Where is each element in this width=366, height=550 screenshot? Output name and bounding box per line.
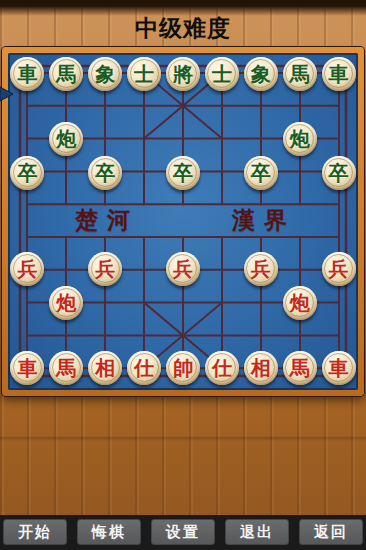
board-point[interactable]: 炮 bbox=[47, 122, 86, 156]
piece-R[interactable]: 車 bbox=[10, 351, 44, 385]
board-point[interactable]: 兵 bbox=[86, 252, 125, 286]
board-point[interactable] bbox=[319, 286, 358, 320]
board-point[interactable] bbox=[164, 91, 203, 122]
board-point[interactable] bbox=[164, 190, 203, 221]
piece-glyph: 相 bbox=[251, 358, 271, 378]
board-point[interactable]: 仕 bbox=[125, 351, 164, 385]
piece-P[interactable]: 兵 bbox=[88, 252, 122, 286]
back-button[interactable]: 返回 bbox=[299, 519, 363, 545]
piece-P[interactable]: 兵 bbox=[322, 252, 356, 286]
piece-A[interactable]: 仕 bbox=[127, 351, 161, 385]
piece-p[interactable]: 卒 bbox=[88, 156, 122, 190]
piece-glyph: 卒 bbox=[173, 163, 193, 183]
board-point[interactable] bbox=[47, 252, 86, 286]
piece-glyph: 兵 bbox=[173, 259, 193, 279]
piece-glyph: 士 bbox=[134, 64, 154, 84]
board-surface: 楚河 漢界 車馬象士將士象馬車炮炮卒卒卒卒卒兵兵兵兵兵炮炮車馬相仕帥仕相馬車 bbox=[8, 53, 358, 390]
board-point[interactable] bbox=[164, 320, 203, 351]
board-point[interactable]: 馬 bbox=[280, 351, 319, 385]
board-point[interactable]: 士 bbox=[125, 57, 164, 91]
board-point[interactable]: 兵 bbox=[164, 252, 203, 286]
piece-glyph: 兵 bbox=[95, 259, 115, 279]
piece-b[interactable]: 象 bbox=[88, 57, 122, 91]
piece-glyph: 馬 bbox=[290, 358, 310, 378]
piece-glyph: 卒 bbox=[17, 163, 37, 183]
board-point[interactable]: 象 bbox=[86, 57, 125, 91]
piece-glyph: 車 bbox=[17, 64, 37, 84]
piece-P[interactable]: 兵 bbox=[10, 252, 44, 286]
board-grid: 車馬象士將士象馬車炮炮卒卒卒卒卒兵兵兵兵兵炮炮車馬相仕帥仕相馬車 bbox=[8, 57, 358, 385]
board-point[interactable] bbox=[319, 320, 358, 351]
board-point[interactable]: 馬 bbox=[280, 57, 319, 91]
board-point[interactable]: 將 bbox=[164, 57, 203, 91]
undo-button[interactable]: 悔棋 bbox=[77, 519, 141, 545]
board-point[interactable] bbox=[47, 156, 86, 190]
board-point[interactable] bbox=[8, 122, 47, 156]
xiangqi-board: 楚河 漢界 車馬象士將士象馬車炮炮卒卒卒卒卒兵兵兵兵兵炮炮車馬相仕帥仕相馬車 bbox=[2, 47, 364, 396]
board-point[interactable]: 士 bbox=[202, 57, 241, 91]
piece-p[interactable]: 卒 bbox=[322, 156, 356, 190]
board-point[interactable]: 卒 bbox=[86, 156, 125, 190]
piece-a[interactable]: 士 bbox=[205, 57, 239, 91]
board-point[interactable] bbox=[202, 91, 241, 122]
piece-A[interactable]: 仕 bbox=[205, 351, 239, 385]
piece-glyph: 卒 bbox=[95, 163, 115, 183]
board-point[interactable] bbox=[125, 156, 164, 190]
piece-N[interactable]: 馬 bbox=[283, 351, 317, 385]
board-point[interactable] bbox=[241, 286, 280, 320]
board-point[interactable] bbox=[47, 221, 86, 252]
board-point[interactable]: 炮 bbox=[47, 286, 86, 320]
board-point[interactable] bbox=[280, 91, 319, 122]
piece-glyph: 車 bbox=[329, 358, 349, 378]
board-point[interactable] bbox=[202, 221, 241, 252]
piece-glyph: 兵 bbox=[251, 259, 271, 279]
piece-k[interactable]: 將 bbox=[166, 57, 200, 91]
board-point[interactable] bbox=[280, 156, 319, 190]
board-point[interactable] bbox=[280, 320, 319, 351]
app-screen: { "app": { "title": "中级难度" }, "game": "x… bbox=[0, 0, 366, 550]
board-point[interactable] bbox=[319, 122, 358, 156]
board-point[interactable] bbox=[202, 286, 241, 320]
piece-r[interactable]: 車 bbox=[322, 57, 356, 91]
board-point[interactable]: 兵 bbox=[8, 252, 47, 286]
page-title: 中级难度 bbox=[0, 13, 366, 44]
piece-glyph: 帥 bbox=[173, 358, 193, 378]
piece-p[interactable]: 卒 bbox=[10, 156, 44, 190]
settings-button[interactable]: 设置 bbox=[151, 519, 215, 545]
board-point[interactable] bbox=[319, 91, 358, 122]
piece-c[interactable]: 炮 bbox=[49, 122, 83, 156]
board-point[interactable] bbox=[202, 252, 241, 286]
board-point[interactable] bbox=[241, 91, 280, 122]
board-point[interactable] bbox=[202, 156, 241, 190]
board-point[interactable]: 相 bbox=[241, 351, 280, 385]
piece-p[interactable]: 卒 bbox=[244, 156, 278, 190]
piece-c[interactable]: 炮 bbox=[283, 122, 317, 156]
piece-glyph: 馬 bbox=[56, 358, 76, 378]
board-point[interactable] bbox=[47, 91, 86, 122]
board-point[interactable] bbox=[164, 221, 203, 252]
piece-glyph: 象 bbox=[251, 64, 271, 84]
board-point[interactable]: 車 bbox=[319, 351, 358, 385]
piece-glyph: 仕 bbox=[134, 358, 154, 378]
piece-glyph: 車 bbox=[329, 64, 349, 84]
board-point[interactable] bbox=[164, 286, 203, 320]
board-point[interactable] bbox=[8, 190, 47, 221]
board-point[interactable] bbox=[125, 122, 164, 156]
board-point[interactable] bbox=[241, 122, 280, 156]
board-point[interactable]: 卒 bbox=[164, 156, 203, 190]
start-button[interactable]: 开始 bbox=[3, 519, 67, 545]
piece-n[interactable]: 馬 bbox=[49, 57, 83, 91]
piece-glyph: 炮 bbox=[290, 129, 310, 149]
piece-glyph: 馬 bbox=[56, 64, 76, 84]
board-point[interactable] bbox=[125, 286, 164, 320]
board-point[interactable]: 馬 bbox=[47, 57, 86, 91]
piece-glyph: 仕 bbox=[212, 358, 232, 378]
board-point[interactable] bbox=[241, 320, 280, 351]
board-point[interactable] bbox=[280, 221, 319, 252]
board-point[interactable]: 炮 bbox=[280, 286, 319, 320]
piece-glyph: 馬 bbox=[290, 64, 310, 84]
board-point[interactable]: 相 bbox=[86, 351, 125, 385]
piece-glyph: 卒 bbox=[251, 163, 271, 183]
board-point[interactable] bbox=[8, 221, 47, 252]
board-point[interactable] bbox=[125, 221, 164, 252]
piece-a[interactable]: 士 bbox=[127, 57, 161, 91]
board-point[interactable] bbox=[86, 122, 125, 156]
board-point[interactable] bbox=[86, 320, 125, 351]
board-point[interactable]: 象 bbox=[241, 57, 280, 91]
piece-r[interactable]: 車 bbox=[10, 57, 44, 91]
piece-B[interactable]: 相 bbox=[244, 351, 278, 385]
piece-glyph: 相 bbox=[95, 358, 115, 378]
piece-glyph: 車 bbox=[17, 358, 37, 378]
piece-P[interactable]: 兵 bbox=[244, 252, 278, 286]
board-point[interactable] bbox=[86, 91, 125, 122]
board-point[interactable] bbox=[125, 91, 164, 122]
board-point[interactable]: 卒 bbox=[319, 156, 358, 190]
board-point[interactable] bbox=[241, 221, 280, 252]
board-point[interactable]: 馬 bbox=[47, 351, 86, 385]
board-point[interactable] bbox=[164, 122, 203, 156]
piece-C[interactable]: 炮 bbox=[49, 286, 83, 320]
piece-b[interactable]: 象 bbox=[244, 57, 278, 91]
piece-B[interactable]: 相 bbox=[88, 351, 122, 385]
piece-n[interactable]: 馬 bbox=[283, 57, 317, 91]
piece-glyph: 炮 bbox=[56, 129, 76, 149]
board-point[interactable] bbox=[241, 190, 280, 221]
board-point[interactable] bbox=[202, 320, 241, 351]
piece-C[interactable]: 炮 bbox=[283, 286, 317, 320]
piece-K[interactable]: 帥 bbox=[166, 351, 200, 385]
board-point[interactable] bbox=[202, 190, 241, 221]
board-point[interactable]: 兵 bbox=[241, 252, 280, 286]
board-point[interactable] bbox=[125, 320, 164, 351]
piece-glyph: 卒 bbox=[329, 163, 349, 183]
piece-glyph: 士 bbox=[212, 64, 232, 84]
board-point[interactable]: 炮 bbox=[280, 122, 319, 156]
exit-button[interactable]: 退出 bbox=[225, 519, 289, 545]
board-point[interactable] bbox=[280, 252, 319, 286]
board-point[interactable] bbox=[8, 320, 47, 351]
piece-glyph: 炮 bbox=[56, 293, 76, 313]
board-point[interactable]: 車 bbox=[319, 57, 358, 91]
board-point[interactable] bbox=[86, 286, 125, 320]
piece-glyph: 炮 bbox=[290, 293, 310, 313]
board-point[interactable]: 兵 bbox=[319, 252, 358, 286]
toolbar: 开始 悔棋 设置 退出 返回 bbox=[0, 515, 366, 550]
piece-glyph: 兵 bbox=[329, 259, 349, 279]
piece-R[interactable]: 車 bbox=[322, 351, 356, 385]
board-point[interactable] bbox=[280, 190, 319, 221]
board-point[interactable] bbox=[125, 252, 164, 286]
board-point[interactable] bbox=[319, 190, 358, 221]
board-point[interactable] bbox=[202, 122, 241, 156]
board-point[interactable] bbox=[86, 221, 125, 252]
board-point[interactable] bbox=[47, 190, 86, 221]
piece-N[interactable]: 馬 bbox=[49, 351, 83, 385]
piece-glyph: 將 bbox=[173, 64, 193, 84]
board-point[interactable]: 卒 bbox=[8, 156, 47, 190]
piece-glyph: 兵 bbox=[17, 259, 37, 279]
board-point[interactable] bbox=[8, 286, 47, 320]
board-point[interactable]: 帥 bbox=[164, 351, 203, 385]
piece-P[interactable]: 兵 bbox=[166, 252, 200, 286]
board-point[interactable] bbox=[125, 190, 164, 221]
edge-arrow-icon[interactable] bbox=[0, 85, 15, 103]
piece-p[interactable]: 卒 bbox=[166, 156, 200, 190]
board-point[interactable] bbox=[319, 221, 358, 252]
piece-glyph: 象 bbox=[95, 64, 115, 84]
board-point[interactable]: 車 bbox=[8, 351, 47, 385]
board-point[interactable] bbox=[47, 320, 86, 351]
board-point[interactable]: 卒 bbox=[241, 156, 280, 190]
board-point[interactable]: 仕 bbox=[202, 351, 241, 385]
board-point[interactable] bbox=[86, 190, 125, 221]
